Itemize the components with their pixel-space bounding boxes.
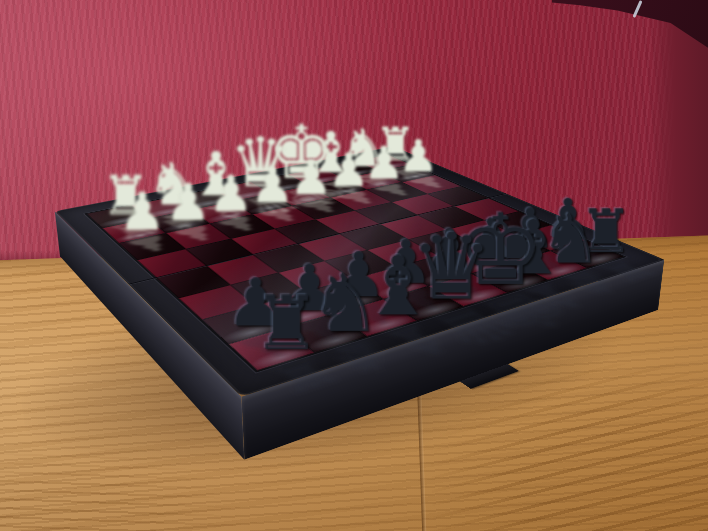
piece-white-pawn-b2[interactable]: ♟ (164, 177, 212, 228)
piece-white-pawn-a2[interactable]: ♟ (118, 185, 167, 238)
piece-white-pawn-e2[interactable]: ♟ (289, 154, 333, 202)
board-perspective-wrap: ♜♜♞♞♝♝♛♛♚♚♝♝♞♞♜♜♟♟♟♟♟♟♟♟♟♟♟♟♟♟♟♟♟♟♟♟♟♟♟♟… (0, 0, 708, 531)
chessboard: ♜♜♞♞♝♝♛♛♚♚♝♝♞♞♜♜♟♟♟♟♟♟♟♟♟♟♟♟♟♟♟♟♟♟♟♟♟♟♟♟… (55, 147, 664, 397)
piece-black-rook-a8[interactable]: ♜ (253, 286, 318, 361)
piece-white-pawn-c2[interactable]: ♟ (208, 169, 255, 219)
piece-white-pawn-d2[interactable]: ♟ (249, 161, 294, 210)
photo-scene: ♜♜♞♞♝♝♛♛♚♚♝♝♞♞♜♜♟♟♟♟♟♟♟♟♟♟♟♟♟♟♟♟♟♟♟♟♟♟♟♟… (0, 0, 708, 531)
